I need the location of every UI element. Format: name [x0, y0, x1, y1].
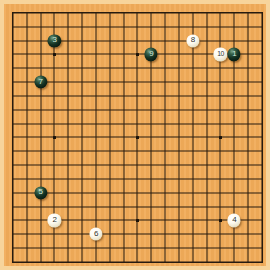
intersection-R1[interactable] [227, 255, 241, 269]
intersection-F10[interactable] [75, 131, 89, 145]
intersection-N12[interactable] [172, 103, 186, 117]
intersection-O17[interactable]: 8 [186, 34, 200, 48]
intersection-E14[interactable] [61, 75, 75, 89]
stone-white-2[interactable]: 2 [48, 214, 61, 227]
intersection-G5[interactable] [89, 200, 103, 214]
intersection-N9[interactable] [172, 144, 186, 158]
intersection-S3[interactable] [241, 227, 255, 241]
intersection-R14[interactable] [227, 75, 241, 89]
intersection-P17[interactable] [200, 34, 214, 48]
intersection-E7[interactable] [61, 172, 75, 186]
intersection-H16[interactable] [103, 48, 117, 62]
intersection-O10[interactable] [186, 131, 200, 145]
intersection-O15[interactable] [186, 61, 200, 75]
intersection-M15[interactable] [158, 61, 172, 75]
intersection-N8[interactable] [172, 158, 186, 172]
intersection-R13[interactable] [227, 89, 241, 103]
intersection-L14[interactable] [144, 75, 158, 89]
intersection-J12[interactable] [117, 103, 131, 117]
intersection-K6[interactable] [131, 186, 145, 200]
intersection-D2[interactable] [48, 241, 62, 255]
intersection-F15[interactable] [75, 61, 89, 75]
intersection-K1[interactable] [131, 255, 145, 269]
intersection-F8[interactable] [75, 158, 89, 172]
intersection-G3[interactable]: 6 [89, 227, 103, 241]
intersection-S19[interactable] [241, 6, 255, 20]
intersection-O2[interactable] [186, 241, 200, 255]
intersection-G6[interactable] [89, 186, 103, 200]
intersection-G15[interactable] [89, 61, 103, 75]
intersection-N17[interactable] [172, 34, 186, 48]
intersection-C6[interactable]: 5 [34, 186, 48, 200]
intersection-D6[interactable] [48, 186, 62, 200]
intersection-L18[interactable] [144, 20, 158, 34]
intersection-L11[interactable] [144, 117, 158, 131]
intersection-B17[interactable] [20, 34, 34, 48]
intersection-F9[interactable] [75, 144, 89, 158]
intersection-J9[interactable] [117, 144, 131, 158]
intersection-C11[interactable] [34, 117, 48, 131]
intersection-J11[interactable] [117, 117, 131, 131]
intersection-R6[interactable] [227, 186, 241, 200]
intersection-C7[interactable] [34, 172, 48, 186]
intersection-C4[interactable] [34, 214, 48, 228]
intersection-A10[interactable] [6, 131, 20, 145]
intersection-D9[interactable] [48, 144, 62, 158]
intersection-Q4[interactable] [214, 214, 228, 228]
intersection-C2[interactable] [34, 241, 48, 255]
intersection-E15[interactable] [61, 61, 75, 75]
intersection-D19[interactable] [48, 6, 62, 20]
intersection-E17[interactable] [61, 34, 75, 48]
intersection-L6[interactable] [144, 186, 158, 200]
intersection-O5[interactable] [186, 200, 200, 214]
intersection-K16[interactable] [131, 48, 145, 62]
intersection-F6[interactable] [75, 186, 89, 200]
intersection-H17[interactable] [103, 34, 117, 48]
intersection-B11[interactable] [20, 117, 34, 131]
intersection-J4[interactable] [117, 214, 131, 228]
intersection-A11[interactable] [6, 117, 20, 131]
intersection-K10[interactable] [131, 131, 145, 145]
intersection-M8[interactable] [158, 158, 172, 172]
intersection-T12[interactable] [255, 103, 269, 117]
intersection-N13[interactable] [172, 89, 186, 103]
intersection-B12[interactable] [20, 103, 34, 117]
intersection-J3[interactable] [117, 227, 131, 241]
intersection-E10[interactable] [61, 131, 75, 145]
intersection-P1[interactable] [200, 255, 214, 269]
intersection-K19[interactable] [131, 6, 145, 20]
intersection-B6[interactable] [20, 186, 34, 200]
intersection-N3[interactable] [172, 227, 186, 241]
intersection-A5[interactable] [6, 200, 20, 214]
intersection-Q5[interactable] [214, 200, 228, 214]
intersection-A13[interactable] [6, 89, 20, 103]
intersection-A14[interactable] [6, 75, 20, 89]
intersection-M12[interactable] [158, 103, 172, 117]
intersection-T7[interactable] [255, 172, 269, 186]
stone-white-8[interactable]: 8 [186, 34, 199, 47]
intersection-D5[interactable] [48, 200, 62, 214]
intersection-E18[interactable] [61, 20, 75, 34]
intersection-H18[interactable] [103, 20, 117, 34]
intersection-S6[interactable] [241, 186, 255, 200]
intersection-P10[interactable] [200, 131, 214, 145]
intersection-A18[interactable] [6, 20, 20, 34]
intersection-L17[interactable] [144, 34, 158, 48]
intersection-H7[interactable] [103, 172, 117, 186]
intersection-O4[interactable] [186, 214, 200, 228]
intersection-M9[interactable] [158, 144, 172, 158]
intersection-L8[interactable] [144, 158, 158, 172]
intersection-F18[interactable] [75, 20, 89, 34]
intersection-S13[interactable] [241, 89, 255, 103]
intersection-Q9[interactable] [214, 144, 228, 158]
intersection-P11[interactable] [200, 117, 214, 131]
intersection-Q7[interactable] [214, 172, 228, 186]
intersection-C12[interactable] [34, 103, 48, 117]
intersection-G2[interactable] [89, 241, 103, 255]
intersection-T4[interactable] [255, 214, 269, 228]
intersection-S4[interactable] [241, 214, 255, 228]
intersection-P8[interactable] [200, 158, 214, 172]
intersection-R5[interactable] [227, 200, 241, 214]
intersection-R7[interactable] [227, 172, 241, 186]
intersection-O16[interactable] [186, 48, 200, 62]
intersection-J17[interactable] [117, 34, 131, 48]
intersection-P13[interactable] [200, 89, 214, 103]
intersection-L13[interactable] [144, 89, 158, 103]
intersection-D14[interactable] [48, 75, 62, 89]
intersection-F1[interactable] [75, 255, 89, 269]
intersection-S1[interactable] [241, 255, 255, 269]
intersection-C10[interactable] [34, 131, 48, 145]
intersection-E9[interactable] [61, 144, 75, 158]
intersection-O9[interactable] [186, 144, 200, 158]
intersection-K12[interactable] [131, 103, 145, 117]
intersection-B2[interactable] [20, 241, 34, 255]
intersection-F17[interactable] [75, 34, 89, 48]
intersection-Q13[interactable] [214, 89, 228, 103]
intersection-A17[interactable] [6, 34, 20, 48]
intersection-R3[interactable] [227, 227, 241, 241]
intersection-T16[interactable] [255, 48, 269, 62]
intersection-G12[interactable] [89, 103, 103, 117]
intersection-B9[interactable] [20, 144, 34, 158]
intersection-D15[interactable] [48, 61, 62, 75]
intersection-Q14[interactable] [214, 75, 228, 89]
intersection-G13[interactable] [89, 89, 103, 103]
intersection-S9[interactable] [241, 144, 255, 158]
intersection-L5[interactable] [144, 200, 158, 214]
intersection-L1[interactable] [144, 255, 158, 269]
intersection-H9[interactable] [103, 144, 117, 158]
intersection-P2[interactable] [200, 241, 214, 255]
intersection-S7[interactable] [241, 172, 255, 186]
intersection-E8[interactable] [61, 158, 75, 172]
stone-black-3[interactable]: 3 [48, 34, 61, 47]
stone-black-5[interactable]: 5 [34, 186, 47, 199]
intersection-R18[interactable] [227, 20, 241, 34]
intersection-D18[interactable] [48, 20, 62, 34]
intersection-K4[interactable] [131, 214, 145, 228]
intersection-K7[interactable] [131, 172, 145, 186]
intersection-J2[interactable] [117, 241, 131, 255]
intersection-D16[interactable] [48, 48, 62, 62]
intersection-M14[interactable] [158, 75, 172, 89]
intersection-P18[interactable] [200, 20, 214, 34]
intersection-C19[interactable] [34, 6, 48, 20]
intersection-J10[interactable] [117, 131, 131, 145]
intersection-T2[interactable] [255, 241, 269, 255]
intersection-S2[interactable] [241, 241, 255, 255]
intersection-N19[interactable] [172, 6, 186, 20]
intersection-F16[interactable] [75, 48, 89, 62]
intersection-N6[interactable] [172, 186, 186, 200]
intersection-G4[interactable] [89, 214, 103, 228]
intersection-B16[interactable] [20, 48, 34, 62]
stone-black-1[interactable]: 1 [228, 48, 241, 61]
intersection-A4[interactable] [6, 214, 20, 228]
intersection-T11[interactable] [255, 117, 269, 131]
intersection-E12[interactable] [61, 103, 75, 117]
intersection-D3[interactable] [48, 227, 62, 241]
intersection-N7[interactable] [172, 172, 186, 186]
intersection-T17[interactable] [255, 34, 269, 48]
intersection-H12[interactable] [103, 103, 117, 117]
intersection-J18[interactable] [117, 20, 131, 34]
intersection-J15[interactable] [117, 61, 131, 75]
intersection-T18[interactable] [255, 20, 269, 34]
intersection-C17[interactable] [34, 34, 48, 48]
intersection-L3[interactable] [144, 227, 158, 241]
intersection-P6[interactable] [200, 186, 214, 200]
intersection-S5[interactable] [241, 200, 255, 214]
intersection-F7[interactable] [75, 172, 89, 186]
intersection-K3[interactable] [131, 227, 145, 241]
intersection-R17[interactable] [227, 34, 241, 48]
intersection-Q12[interactable] [214, 103, 228, 117]
intersection-C9[interactable] [34, 144, 48, 158]
intersection-B13[interactable] [20, 89, 34, 103]
intersection-R10[interactable] [227, 131, 241, 145]
intersection-O8[interactable] [186, 158, 200, 172]
intersection-S14[interactable] [241, 75, 255, 89]
intersection-S15[interactable] [241, 61, 255, 75]
intersection-B8[interactable] [20, 158, 34, 172]
intersection-Q6[interactable] [214, 186, 228, 200]
intersection-N4[interactable] [172, 214, 186, 228]
intersection-O3[interactable] [186, 227, 200, 241]
intersection-E4[interactable] [61, 214, 75, 228]
stone-black-9[interactable]: 9 [145, 48, 158, 61]
intersection-M11[interactable] [158, 117, 172, 131]
intersection-M18[interactable] [158, 20, 172, 34]
intersection-T10[interactable] [255, 131, 269, 145]
intersection-C18[interactable] [34, 20, 48, 34]
intersection-A7[interactable] [6, 172, 20, 186]
intersection-A8[interactable] [6, 158, 20, 172]
intersection-G14[interactable] [89, 75, 103, 89]
intersection-A12[interactable] [6, 103, 20, 117]
intersection-T8[interactable] [255, 158, 269, 172]
intersection-A9[interactable] [6, 144, 20, 158]
intersection-R11[interactable] [227, 117, 241, 131]
intersection-D7[interactable] [48, 172, 62, 186]
intersection-J1[interactable] [117, 255, 131, 269]
intersection-H1[interactable] [103, 255, 117, 269]
intersection-C3[interactable] [34, 227, 48, 241]
intersection-C8[interactable] [34, 158, 48, 172]
intersection-H19[interactable] [103, 6, 117, 20]
intersection-G11[interactable] [89, 117, 103, 131]
intersection-K18[interactable] [131, 20, 145, 34]
intersection-G8[interactable] [89, 158, 103, 172]
intersection-J7[interactable] [117, 172, 131, 186]
intersection-O1[interactable] [186, 255, 200, 269]
intersection-P15[interactable] [200, 61, 214, 75]
intersection-M2[interactable] [158, 241, 172, 255]
intersection-T13[interactable] [255, 89, 269, 103]
stone-white-6[interactable]: 6 [89, 228, 102, 241]
intersection-R9[interactable] [227, 144, 241, 158]
intersection-G18[interactable] [89, 20, 103, 34]
intersection-K9[interactable] [131, 144, 145, 158]
intersection-S18[interactable] [241, 20, 255, 34]
intersection-A16[interactable] [6, 48, 20, 62]
intersection-N10[interactable] [172, 131, 186, 145]
intersection-N11[interactable] [172, 117, 186, 131]
intersection-S8[interactable] [241, 158, 255, 172]
intersection-H6[interactable] [103, 186, 117, 200]
intersection-Q3[interactable] [214, 227, 228, 241]
intersection-H14[interactable] [103, 75, 117, 89]
intersection-D17[interactable]: 3 [48, 34, 62, 48]
intersection-F5[interactable] [75, 200, 89, 214]
intersection-O14[interactable] [186, 75, 200, 89]
intersection-T3[interactable] [255, 227, 269, 241]
intersection-C5[interactable] [34, 200, 48, 214]
intersection-E16[interactable] [61, 48, 75, 62]
intersection-N18[interactable] [172, 20, 186, 34]
intersection-O13[interactable] [186, 89, 200, 103]
intersection-F11[interactable] [75, 117, 89, 131]
intersection-K2[interactable] [131, 241, 145, 255]
intersection-M16[interactable] [158, 48, 172, 62]
intersection-B10[interactable] [20, 131, 34, 145]
intersection-O7[interactable] [186, 172, 200, 186]
intersection-D11[interactable] [48, 117, 62, 131]
intersection-E6[interactable] [61, 186, 75, 200]
intersection-J6[interactable] [117, 186, 131, 200]
intersection-T6[interactable] [255, 186, 269, 200]
intersection-N15[interactable] [172, 61, 186, 75]
intersection-F4[interactable] [75, 214, 89, 228]
intersection-L4[interactable] [144, 214, 158, 228]
intersection-L15[interactable] [144, 61, 158, 75]
intersection-Q17[interactable] [214, 34, 228, 48]
intersection-A19[interactable] [6, 6, 20, 20]
intersection-B15[interactable] [20, 61, 34, 75]
intersection-P14[interactable] [200, 75, 214, 89]
intersection-B7[interactable] [20, 172, 34, 186]
intersection-D13[interactable] [48, 89, 62, 103]
stone-black-7[interactable]: 7 [34, 76, 47, 89]
intersection-K11[interactable] [131, 117, 145, 131]
intersection-B5[interactable] [20, 200, 34, 214]
intersection-J19[interactable] [117, 6, 131, 20]
intersection-H4[interactable] [103, 214, 117, 228]
intersection-T9[interactable] [255, 144, 269, 158]
intersection-G9[interactable] [89, 144, 103, 158]
intersection-Q15[interactable] [214, 61, 228, 75]
intersection-S17[interactable] [241, 34, 255, 48]
intersection-E5[interactable] [61, 200, 75, 214]
intersection-L12[interactable] [144, 103, 158, 117]
intersection-S10[interactable] [241, 131, 255, 145]
intersection-H11[interactable] [103, 117, 117, 131]
intersection-N5[interactable] [172, 200, 186, 214]
intersection-F14[interactable] [75, 75, 89, 89]
intersection-E13[interactable] [61, 89, 75, 103]
intersection-L16[interactable]: 9 [144, 48, 158, 62]
intersection-F2[interactable] [75, 241, 89, 255]
intersection-M13[interactable] [158, 89, 172, 103]
intersection-H15[interactable] [103, 61, 117, 75]
intersection-T19[interactable] [255, 6, 269, 20]
intersection-P12[interactable] [200, 103, 214, 117]
intersection-P3[interactable] [200, 227, 214, 241]
intersection-M4[interactable] [158, 214, 172, 228]
intersection-Q19[interactable] [214, 6, 228, 20]
intersection-F13[interactable] [75, 89, 89, 103]
intersection-H8[interactable] [103, 158, 117, 172]
intersection-Q11[interactable] [214, 117, 228, 131]
intersection-G16[interactable] [89, 48, 103, 62]
intersection-A6[interactable] [6, 186, 20, 200]
intersection-D1[interactable] [48, 255, 62, 269]
intersection-P4[interactable] [200, 214, 214, 228]
intersection-H13[interactable] [103, 89, 117, 103]
intersection-R4[interactable]: 4 [227, 214, 241, 228]
intersection-K15[interactable] [131, 61, 145, 75]
intersection-K14[interactable] [131, 75, 145, 89]
intersection-M19[interactable] [158, 6, 172, 20]
intersection-B1[interactable] [20, 255, 34, 269]
intersection-F19[interactable] [75, 6, 89, 20]
intersection-O12[interactable] [186, 103, 200, 117]
intersection-C14[interactable]: 7 [34, 75, 48, 89]
intersection-Q8[interactable] [214, 158, 228, 172]
intersection-J13[interactable] [117, 89, 131, 103]
intersection-R12[interactable] [227, 103, 241, 117]
intersection-Q2[interactable] [214, 241, 228, 255]
intersection-P9[interactable] [200, 144, 214, 158]
intersection-A2[interactable] [6, 241, 20, 255]
intersection-M10[interactable] [158, 131, 172, 145]
intersection-F12[interactable] [75, 103, 89, 117]
intersection-P5[interactable] [200, 200, 214, 214]
intersection-H2[interactable] [103, 241, 117, 255]
intersection-M5[interactable] [158, 200, 172, 214]
intersection-J14[interactable] [117, 75, 131, 89]
intersection-Q10[interactable] [214, 131, 228, 145]
intersection-G19[interactable] [89, 6, 103, 20]
intersection-D12[interactable] [48, 103, 62, 117]
intersection-E1[interactable] [61, 255, 75, 269]
intersection-L9[interactable] [144, 144, 158, 158]
